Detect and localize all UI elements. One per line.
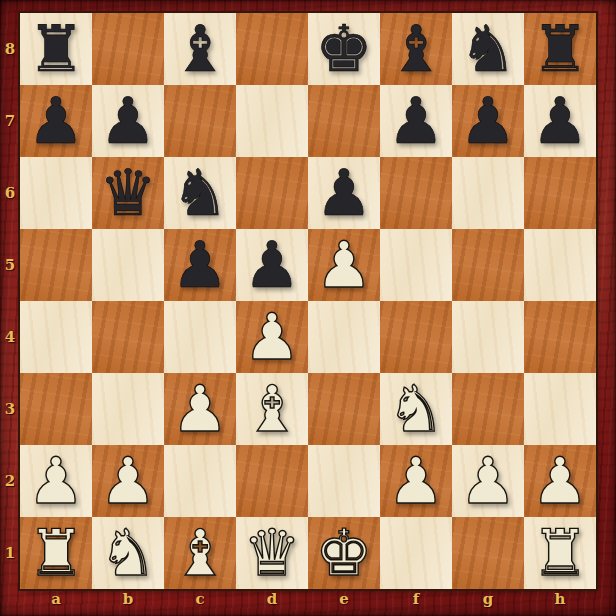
square-b7[interactable]: ♟ [92,85,164,157]
square-h8[interactable]: ♜ [524,13,596,85]
square-b8[interactable] [92,13,164,85]
square-a7[interactable]: ♟ [20,85,92,157]
rank-label-7: 7 [0,85,20,157]
black-pawn[interactable]: ♟ [459,85,516,157]
square-g5[interactable] [452,229,524,301]
white-bishop[interactable]: ♝ [171,517,228,589]
black-bishop[interactable]: ♝ [171,13,228,85]
square-d7[interactable] [236,85,308,157]
white-pawn[interactable]: ♟ [531,445,588,517]
square-g8[interactable]: ♞ [452,13,524,85]
square-e7[interactable] [308,85,380,157]
file-label-b: b [92,589,164,616]
black-knight[interactable]: ♞ [171,157,228,229]
board: ♜♝♚♝♞♜♟♟♟♟♟♛♞♟♟♟♟♟♟♝♞♟♟♟♟♟♜♞♝♛♚♜ [20,13,596,589]
square-f4[interactable] [380,301,452,373]
square-f3[interactable]: ♞ [380,373,452,445]
file-label-e: e [308,589,380,616]
square-f7[interactable]: ♟ [380,85,452,157]
black-pawn[interactable]: ♟ [315,157,372,229]
black-queen[interactable]: ♛ [99,157,156,229]
square-d4[interactable]: ♟ [236,301,308,373]
rank-labels: 87654321 [0,13,20,589]
square-c1[interactable]: ♝ [164,517,236,589]
square-a2[interactable]: ♟ [20,445,92,517]
square-c3[interactable]: ♟ [164,373,236,445]
square-c7[interactable] [164,85,236,157]
white-pawn[interactable]: ♟ [459,445,516,517]
square-d1[interactable]: ♛ [236,517,308,589]
square-f6[interactable] [380,157,452,229]
square-c5[interactable]: ♟ [164,229,236,301]
square-d5[interactable]: ♟ [236,229,308,301]
white-knight[interactable]: ♞ [99,517,156,589]
square-g1[interactable] [452,517,524,589]
square-h7[interactable]: ♟ [524,85,596,157]
rank-label-2: 2 [0,445,20,517]
square-d6[interactable] [236,157,308,229]
square-f2[interactable]: ♟ [380,445,452,517]
square-a4[interactable] [20,301,92,373]
white-pawn[interactable]: ♟ [99,445,156,517]
black-knight[interactable]: ♞ [459,13,516,85]
file-label-c: c [164,589,236,616]
rank-label-1: 1 [0,517,20,589]
white-pawn[interactable]: ♟ [171,373,228,445]
black-pawn[interactable]: ♟ [27,85,84,157]
square-e8[interactable]: ♚ [308,13,380,85]
square-b1[interactable]: ♞ [92,517,164,589]
square-a5[interactable] [20,229,92,301]
white-knight[interactable]: ♞ [387,373,444,445]
square-h6[interactable] [524,157,596,229]
board-frame: ♜♝♚♝♞♜♟♟♟♟♟♛♞♟♟♟♟♟♟♝♞♟♟♟♟♟♜♞♝♛♚♜ 8765432… [0,0,616,616]
square-b2[interactable]: ♟ [92,445,164,517]
square-e3[interactable] [308,373,380,445]
square-e1[interactable]: ♚ [308,517,380,589]
white-pawn[interactable]: ♟ [27,445,84,517]
square-c4[interactable] [164,301,236,373]
square-h2[interactable]: ♟ [524,445,596,517]
white-pawn[interactable]: ♟ [387,445,444,517]
white-pawn[interactable]: ♟ [243,301,300,373]
black-pawn[interactable]: ♟ [387,85,444,157]
white-rook[interactable]: ♜ [27,517,84,589]
file-label-g: g [452,589,524,616]
square-c6[interactable]: ♞ [164,157,236,229]
square-a1[interactable]: ♜ [20,517,92,589]
black-pawn[interactable]: ♟ [99,85,156,157]
rank-label-6: 6 [0,157,20,229]
square-a3[interactable] [20,373,92,445]
square-h1[interactable]: ♜ [524,517,596,589]
rank-label-5: 5 [0,229,20,301]
file-labels: abcdefgh [20,589,596,616]
square-c8[interactable]: ♝ [164,13,236,85]
square-c2[interactable] [164,445,236,517]
rank-label-3: 3 [0,373,20,445]
black-pawn[interactable]: ♟ [243,229,300,301]
square-d8[interactable] [236,13,308,85]
white-pawn[interactable]: ♟ [315,229,372,301]
square-g6[interactable] [452,157,524,229]
black-rook[interactable]: ♜ [531,13,588,85]
square-e5[interactable]: ♟ [308,229,380,301]
square-g3[interactable] [452,373,524,445]
square-g7[interactable]: ♟ [452,85,524,157]
file-label-h: h [524,589,596,616]
rank-label-4: 4 [0,301,20,373]
black-pawn[interactable]: ♟ [531,85,588,157]
square-d3[interactable]: ♝ [236,373,308,445]
white-king[interactable]: ♚ [315,517,372,589]
file-label-f: f [380,589,452,616]
square-h5[interactable] [524,229,596,301]
square-e2[interactable] [308,445,380,517]
square-a8[interactable]: ♜ [20,13,92,85]
square-f8[interactable]: ♝ [380,13,452,85]
white-rook[interactable]: ♜ [531,517,588,589]
white-queen[interactable]: ♛ [243,517,300,589]
file-label-a: a [20,589,92,616]
rank-label-8: 8 [0,13,20,85]
square-g2[interactable]: ♟ [452,445,524,517]
square-f5[interactable] [380,229,452,301]
file-label-d: d [236,589,308,616]
square-e4[interactable] [308,301,380,373]
white-bishop[interactable]: ♝ [243,373,300,445]
square-b3[interactable] [92,373,164,445]
square-d2[interactable] [236,445,308,517]
square-h4[interactable] [524,301,596,373]
square-h3[interactable] [524,373,596,445]
black-bishop[interactable]: ♝ [387,13,444,85]
square-b6[interactable]: ♛ [92,157,164,229]
square-b5[interactable] [92,229,164,301]
square-a6[interactable] [20,157,92,229]
black-pawn[interactable]: ♟ [171,229,228,301]
square-f1[interactable] [380,517,452,589]
square-b4[interactable] [92,301,164,373]
square-e6[interactable]: ♟ [308,157,380,229]
black-rook[interactable]: ♜ [27,13,84,85]
black-king[interactable]: ♚ [315,13,372,85]
square-g4[interactable] [452,301,524,373]
